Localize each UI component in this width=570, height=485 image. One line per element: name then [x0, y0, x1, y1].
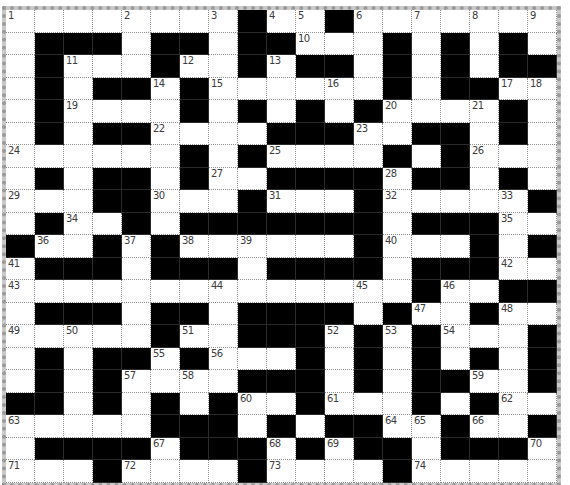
black-cell-r3c18 — [499, 55, 528, 78]
cell-r8c9[interactable] — [238, 168, 267, 191]
cell-r18c10[interactable] — [267, 393, 296, 416]
cell-r5c6[interactable] — [151, 100, 180, 123]
cell-r19c14[interactable]: 64 — [383, 415, 412, 438]
cell-r10c4[interactable] — [93, 213, 122, 236]
cell-r21c17[interactable] — [470, 460, 499, 483]
clue-number-73: 73 — [269, 460, 281, 472]
cell-r1c10[interactable]: 4 — [267, 10, 296, 33]
black-cell-r10c7 — [180, 213, 209, 236]
black-cell-r14c9 — [238, 303, 267, 326]
cell-r7c18[interactable] — [499, 145, 528, 168]
clue-number-56: 56 — [211, 348, 223, 360]
black-cell-r16c2 — [35, 348, 64, 371]
cell-r7c11[interactable] — [296, 145, 325, 168]
black-cell-r14c4 — [93, 303, 122, 326]
cell-r7c17[interactable]: 26 — [470, 145, 499, 168]
cell-r1c2[interactable] — [35, 10, 64, 33]
cell-r18c13[interactable] — [354, 393, 383, 416]
cell-r13c3[interactable] — [64, 280, 93, 303]
cell-r13c6[interactable] — [151, 280, 180, 303]
cell-r8c1[interactable] — [6, 168, 35, 191]
cell-r7c3[interactable] — [64, 145, 93, 168]
cell-r1c15[interactable]: 7 — [412, 10, 441, 33]
cell-r15c7[interactable]: 51 — [180, 325, 209, 348]
cell-r21c16[interactable] — [441, 460, 470, 483]
cell-r21c12[interactable] — [325, 460, 354, 483]
cell-r20c10[interactable]: 68 — [267, 438, 296, 461]
cell-r12c14[interactable] — [383, 258, 412, 281]
cell-r16c12[interactable] — [325, 348, 354, 371]
cell-r12c9[interactable] — [238, 258, 267, 281]
cell-r9c6[interactable]: 30 — [151, 190, 180, 213]
cell-r17c18[interactable] — [499, 370, 528, 393]
cell-r15c14[interactable]: 53 — [383, 325, 412, 348]
black-cell-r20c17 — [470, 438, 499, 461]
cell-r2c12[interactable] — [325, 33, 354, 56]
cell-r14c1[interactable] — [6, 303, 35, 326]
black-cell-r19c13 — [354, 415, 383, 438]
black-cell-r2c10 — [267, 33, 296, 56]
black-cell-r2c14 — [383, 33, 412, 56]
cell-r3c13[interactable] — [354, 55, 383, 78]
black-cell-r20c9 — [238, 438, 267, 461]
cell-r16c3[interactable] — [64, 348, 93, 371]
clue-number-62: 62 — [501, 393, 513, 405]
cell-r3c15[interactable] — [412, 55, 441, 78]
cell-r14c16[interactable] — [441, 303, 470, 326]
cell-r21c11[interactable] — [296, 460, 325, 483]
cell-r18c12[interactable]: 61 — [325, 393, 354, 416]
cell-r7c13[interactable] — [354, 145, 383, 168]
cell-r11c15[interactable] — [412, 235, 441, 258]
cell-r11c12[interactable] — [325, 235, 354, 258]
black-cell-r21c4 — [93, 460, 122, 483]
black-cell-r8c2 — [35, 168, 64, 191]
black-cell-r14c17 — [470, 303, 499, 326]
cell-r5c10[interactable] — [267, 100, 296, 123]
cell-r16c8[interactable]: 56 — [209, 348, 238, 371]
cell-r18c3[interactable] — [64, 393, 93, 416]
cell-r15c4[interactable] — [93, 325, 122, 348]
cell-r11c8[interactable] — [209, 235, 238, 258]
cell-r21c13[interactable] — [354, 460, 383, 483]
cell-r9c18[interactable]: 33 — [499, 190, 528, 213]
black-cell-r12c3 — [64, 258, 93, 281]
clue-number-50: 50 — [66, 325, 78, 337]
cell-r18c18[interactable]: 62 — [499, 393, 528, 416]
cell-r6c6[interactable]: 22 — [151, 123, 180, 146]
cell-r7c8[interactable] — [209, 145, 238, 168]
cell-r10c14[interactable] — [383, 213, 412, 236]
cell-r15c2[interactable] — [35, 325, 64, 348]
cell-r19c2[interactable] — [35, 415, 64, 438]
cell-r2c1[interactable] — [6, 33, 35, 56]
cell-r19c5[interactable] — [122, 415, 151, 438]
cell-r8c19[interactable] — [528, 168, 557, 191]
cell-r17c14[interactable] — [383, 370, 412, 393]
black-cell-r17c10 — [267, 370, 296, 393]
cell-r5c19[interactable] — [528, 100, 557, 123]
cell-r3c7[interactable]: 12 — [180, 55, 209, 78]
cell-r13c10[interactable] — [267, 280, 296, 303]
cell-r6c1[interactable] — [6, 123, 35, 146]
cell-r16c14[interactable] — [383, 348, 412, 371]
cell-r8c3[interactable] — [64, 168, 93, 191]
cell-r4c6[interactable]: 14 — [151, 78, 180, 101]
cell-r5c8[interactable] — [209, 100, 238, 123]
black-cell-r17c9 — [238, 370, 267, 393]
cell-r2c19[interactable] — [528, 33, 557, 56]
cell-r11c3[interactable] — [64, 235, 93, 258]
cell-r9c7[interactable] — [180, 190, 209, 213]
cell-r12c1[interactable]: 41 — [6, 258, 35, 281]
black-cell-r4c16 — [441, 78, 470, 101]
cell-r4c11[interactable] — [296, 78, 325, 101]
cell-r5c17[interactable]: 21 — [470, 100, 499, 123]
black-cell-r16c4 — [93, 348, 122, 371]
cell-r3c8[interactable] — [209, 55, 238, 78]
cell-r1c5[interactable]: 2 — [122, 10, 151, 33]
cell-r9c16[interactable] — [441, 190, 470, 213]
cell-r1c13[interactable]: 6 — [354, 10, 383, 33]
cell-r13c12[interactable] — [325, 280, 354, 303]
cell-r14c18[interactable]: 48 — [499, 303, 528, 326]
cell-r19c3[interactable] — [64, 415, 93, 438]
cell-r10c6[interactable] — [151, 213, 180, 236]
cell-r7c5[interactable] — [122, 145, 151, 168]
black-cell-r6c4 — [93, 123, 122, 146]
black-cell-r17c16 — [441, 370, 470, 393]
cell-r4c15[interactable] — [412, 78, 441, 101]
cell-r15c16[interactable]: 54 — [441, 325, 470, 348]
cell-r14c19[interactable] — [528, 303, 557, 326]
cell-r7c2[interactable] — [35, 145, 64, 168]
cell-r13c4[interactable] — [93, 280, 122, 303]
cell-r1c14[interactable] — [383, 10, 412, 33]
cell-r2c11[interactable]: 10 — [296, 33, 325, 56]
clue-number-30: 30 — [153, 190, 165, 202]
cell-r16c16[interactable] — [441, 348, 470, 371]
cell-r8c8[interactable]: 27 — [209, 168, 238, 191]
cell-r15c5[interactable] — [122, 325, 151, 348]
cell-r15c17[interactable] — [470, 325, 499, 348]
cell-r5c1[interactable] — [6, 100, 35, 123]
cell-r21c5[interactable]: 72 — [122, 460, 151, 483]
black-cell-r2c7 — [180, 33, 209, 56]
cell-r18c19[interactable] — [528, 393, 557, 416]
cell-r16c6[interactable]: 55 — [151, 348, 180, 371]
cell-r18c5[interactable] — [122, 393, 151, 416]
cell-r4c18[interactable]: 17 — [499, 78, 528, 101]
cell-r15c3[interactable]: 50 — [64, 325, 93, 348]
cell-r7c12[interactable] — [325, 145, 354, 168]
clue-number-69: 69 — [327, 438, 339, 450]
cell-r17c1[interactable] — [6, 370, 35, 393]
cell-r13c14[interactable] — [383, 280, 412, 303]
cell-r13c5[interactable] — [122, 280, 151, 303]
black-cell-r6c15 — [412, 123, 441, 146]
board-frame: 1234567891011121314151617181920212223242… — [2, 6, 561, 485]
cell-r13c13[interactable]: 45 — [354, 280, 383, 303]
cell-r2c15[interactable] — [412, 33, 441, 56]
cell-r5c4[interactable] — [93, 100, 122, 123]
cell-r5c3[interactable]: 19 — [64, 100, 93, 123]
cell-r21c6[interactable] — [151, 460, 180, 483]
cell-r17c3[interactable] — [64, 370, 93, 393]
cell-r4c19[interactable]: 18 — [528, 78, 557, 101]
cell-r14c5[interactable] — [122, 303, 151, 326]
clue-number-11: 11 — [66, 55, 78, 67]
cell-r14c15[interactable]: 47 — [412, 303, 441, 326]
clue-number-57: 57 — [124, 370, 136, 382]
cell-r11c14[interactable]: 40 — [383, 235, 412, 258]
black-cell-r3c11 — [296, 55, 325, 78]
cell-r4c3[interactable] — [64, 78, 93, 101]
cell-r9c10[interactable]: 31 — [267, 190, 296, 213]
cell-r3c1[interactable] — [6, 55, 35, 78]
black-cell-r10c11 — [296, 213, 325, 236]
cell-r5c12[interactable] — [325, 100, 354, 123]
cell-r3c17[interactable] — [470, 55, 499, 78]
cell-r11c16[interactable] — [441, 235, 470, 258]
black-cell-r12c16 — [441, 258, 470, 281]
cell-r19c15[interactable]: 65 — [412, 415, 441, 438]
cell-r5c5[interactable] — [122, 100, 151, 123]
cell-r3c4[interactable] — [93, 55, 122, 78]
cell-r9c8[interactable] — [209, 190, 238, 213]
cell-r17c5[interactable]: 57 — [122, 370, 151, 393]
cell-r11c5[interactable]: 37 — [122, 235, 151, 258]
cell-r6c13[interactable]: 23 — [354, 123, 383, 146]
cell-r2c17[interactable] — [470, 33, 499, 56]
black-cell-r7c7 — [180, 145, 209, 168]
cell-r16c1[interactable] — [6, 348, 35, 371]
cell-r16c18[interactable] — [499, 348, 528, 371]
cell-r21c19[interactable] — [528, 460, 557, 483]
cell-r13c8[interactable]: 44 — [209, 280, 238, 303]
clue-number-31: 31 — [269, 190, 281, 202]
clue-number-51: 51 — [182, 325, 194, 337]
cell-r16c9[interactable] — [238, 348, 267, 371]
black-cell-r8c13 — [354, 168, 383, 191]
cell-r8c6[interactable] — [151, 168, 180, 191]
cell-r14c8[interactable] — [209, 303, 238, 326]
cell-r9c12[interactable] — [325, 190, 354, 213]
cell-r20c15[interactable] — [412, 438, 441, 461]
cell-r9c2[interactable] — [35, 190, 64, 213]
cell-r19c17[interactable]: 66 — [470, 415, 499, 438]
cell-r7c4[interactable] — [93, 145, 122, 168]
clue-number-53: 53 — [385, 325, 397, 337]
cell-r15c8[interactable] — [209, 325, 238, 348]
black-cell-r3c16 — [441, 55, 470, 78]
cell-r6c7[interactable] — [180, 123, 209, 146]
cell-r10c3[interactable]: 34 — [64, 213, 93, 236]
cell-r21c3[interactable] — [64, 460, 93, 483]
clue-number-64: 64 — [385, 415, 397, 427]
cell-r7c1[interactable]: 24 — [6, 145, 35, 168]
clue-number-1: 1 — [8, 10, 14, 22]
cell-r19c11[interactable] — [296, 415, 325, 438]
cell-r13c16[interactable]: 46 — [441, 280, 470, 303]
cell-r4c8[interactable]: 15 — [209, 78, 238, 101]
cell-r5c15[interactable] — [412, 100, 441, 123]
cell-r7c15[interactable] — [412, 145, 441, 168]
cell-r6c19[interactable] — [528, 123, 557, 146]
cell-r1c8[interactable]: 3 — [209, 10, 238, 33]
cell-r9c1[interactable]: 29 — [6, 190, 35, 213]
cell-r9c17[interactable] — [470, 190, 499, 213]
cell-r19c18[interactable] — [499, 415, 528, 438]
cell-r12c18[interactable]: 42 — [499, 258, 528, 281]
cell-r4c9[interactable] — [238, 78, 267, 101]
cell-r6c14[interactable] — [383, 123, 412, 146]
clue-number-20: 20 — [385, 100, 397, 112]
cell-r18c14[interactable] — [383, 393, 412, 416]
cell-r19c1[interactable]: 63 — [6, 415, 35, 438]
cell-r21c1[interactable]: 71 — [6, 460, 35, 483]
cell-r17c17[interactable]: 59 — [470, 370, 499, 393]
cell-r1c19[interactable]: 9 — [528, 10, 557, 33]
cell-r1c17[interactable]: 8 — [470, 10, 499, 33]
cell-r17c6[interactable] — [151, 370, 180, 393]
cell-r4c1[interactable] — [6, 78, 35, 101]
cell-r16c10[interactable] — [267, 348, 296, 371]
black-cell-r14c2 — [35, 303, 64, 326]
cell-r3c5[interactable] — [122, 55, 151, 78]
cell-r13c11[interactable] — [296, 280, 325, 303]
cell-r9c15[interactable] — [412, 190, 441, 213]
clue-number-10: 10 — [298, 33, 310, 45]
cell-r1c1[interactable]: 1 — [6, 10, 35, 33]
cell-r21c2[interactable] — [35, 460, 64, 483]
black-cell-r19c10 — [267, 415, 296, 438]
cell-r11c11[interactable] — [296, 235, 325, 258]
crossword-grid: 1234567891011121314151617181920212223242… — [6, 10, 557, 483]
cell-r14c13[interactable] — [354, 303, 383, 326]
cell-r21c10[interactable]: 73 — [267, 460, 296, 483]
cell-r9c14[interactable]: 32 — [383, 190, 412, 213]
cell-r12c5[interactable] — [122, 258, 151, 281]
black-cell-r10c16 — [441, 213, 470, 236]
cell-r9c11[interactable] — [296, 190, 325, 213]
cell-r1c6[interactable] — [151, 10, 180, 33]
cell-r8c17[interactable] — [470, 168, 499, 191]
cell-r20c12[interactable]: 69 — [325, 438, 354, 461]
cell-r18c16[interactable] — [441, 393, 470, 416]
cell-r4c12[interactable]: 16 — [325, 78, 354, 101]
black-cell-r19c16 — [441, 415, 470, 438]
cell-r13c9[interactable] — [238, 280, 267, 303]
cell-r1c16[interactable] — [441, 10, 470, 33]
cell-r3c10[interactable]: 13 — [267, 55, 296, 78]
cell-r20c19[interactable]: 70 — [528, 438, 557, 461]
cell-r20c6[interactable]: 67 — [151, 438, 180, 461]
cell-r17c7[interactable]: 58 — [180, 370, 209, 393]
cell-r6c8[interactable] — [209, 123, 238, 146]
cell-r20c1[interactable] — [6, 438, 35, 461]
black-cell-r6c18 — [499, 123, 528, 146]
cell-r5c16[interactable] — [441, 100, 470, 123]
cell-r11c7[interactable]: 38 — [180, 235, 209, 258]
cell-r2c5[interactable] — [122, 33, 151, 56]
cell-r2c13[interactable] — [354, 33, 383, 56]
cell-r1c18[interactable] — [499, 10, 528, 33]
cell-r18c7[interactable] — [180, 393, 209, 416]
black-cell-r5c9 — [238, 100, 267, 123]
cell-r21c15[interactable]: 74 — [412, 460, 441, 483]
cell-r12c19[interactable] — [528, 258, 557, 281]
cell-r13c7[interactable] — [180, 280, 209, 303]
black-cell-r18c15 — [412, 393, 441, 416]
cell-r7c6[interactable] — [151, 145, 180, 168]
cell-r3c3[interactable]: 11 — [64, 55, 93, 78]
cell-r10c18[interactable]: 35 — [499, 213, 528, 236]
cell-r15c12[interactable]: 52 — [325, 325, 354, 348]
black-cell-r4c7 — [180, 78, 209, 101]
cell-r7c19[interactable] — [528, 145, 557, 168]
black-cell-r3c19 — [528, 55, 557, 78]
black-cell-r2c16 — [441, 33, 470, 56]
cell-r1c4[interactable] — [93, 10, 122, 33]
cell-r8c14[interactable]: 28 — [383, 168, 412, 191]
cell-r21c7[interactable] — [180, 460, 209, 483]
cell-r2c8[interactable] — [209, 33, 238, 56]
black-cell-r15c6 — [151, 325, 180, 348]
cell-r15c1[interactable]: 49 — [6, 325, 35, 348]
black-cell-r8c7 — [180, 168, 209, 191]
cell-r4c13[interactable] — [354, 78, 383, 101]
cell-r6c9[interactable] — [238, 123, 267, 146]
cell-r10c19[interactable] — [528, 213, 557, 236]
cell-r17c12[interactable] — [325, 370, 354, 393]
black-cell-r3c2 — [35, 55, 64, 78]
cell-r18c9[interactable]: 60 — [238, 393, 267, 416]
cell-r11c18[interactable] — [499, 235, 528, 258]
cell-r13c1[interactable]: 43 — [6, 280, 35, 303]
black-cell-r16c17 — [470, 348, 499, 371]
cell-r11c2[interactable]: 36 — [35, 235, 64, 258]
cell-r6c17[interactable] — [470, 123, 499, 146]
cell-r9c3[interactable] — [64, 190, 93, 213]
black-cell-r10c15 — [412, 213, 441, 236]
cell-r11c9[interactable]: 39 — [238, 235, 267, 258]
clue-number-61: 61 — [327, 393, 339, 405]
cell-r1c7[interactable] — [180, 10, 209, 33]
cell-r13c17[interactable] — [470, 280, 499, 303]
cell-r21c8[interactable] — [209, 460, 238, 483]
cell-r11c10[interactable] — [267, 235, 296, 258]
cell-r10c1[interactable] — [6, 213, 35, 236]
cell-r1c11[interactable]: 5 — [296, 10, 325, 33]
black-cell-r8c10 — [267, 168, 296, 191]
cell-r5c14[interactable]: 20 — [383, 100, 412, 123]
cell-r1c3[interactable] — [64, 10, 93, 33]
black-cell-r14c3 — [64, 303, 93, 326]
cell-r13c2[interactable] — [35, 280, 64, 303]
cell-r15c18[interactable] — [499, 325, 528, 348]
black-cell-r17c19 — [528, 370, 557, 393]
cell-r4c10[interactable] — [267, 78, 296, 101]
black-cell-r12c8 — [209, 258, 238, 281]
clue-number-37: 37 — [124, 235, 136, 247]
cell-r19c4[interactable] — [93, 415, 122, 438]
cell-r17c8[interactable] — [209, 370, 238, 393]
cell-r21c18[interactable] — [499, 460, 528, 483]
cell-r7c10[interactable]: 25 — [267, 145, 296, 168]
cell-r19c9[interactable] — [238, 415, 267, 438]
cell-r6c3[interactable] — [64, 123, 93, 146]
